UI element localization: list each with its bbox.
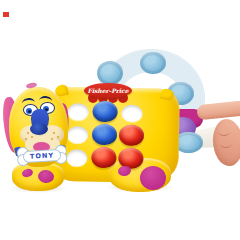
knuckle-line bbox=[218, 128, 230, 136]
freckle bbox=[53, 132, 55, 134]
fisher-price-logo: Fisher-Price bbox=[84, 83, 132, 98]
tube-disc-blue bbox=[140, 52, 166, 74]
toy-photo-scene: Fisher-Price TONY bbox=[0, 0, 240, 240]
freckle bbox=[51, 138, 53, 140]
dog-pupil bbox=[28, 110, 31, 113]
cell-piece bbox=[91, 147, 117, 169]
board-cell[interactable] bbox=[91, 124, 119, 148]
board-cell[interactable] bbox=[118, 124, 146, 148]
board-cell[interactable] bbox=[91, 101, 119, 125]
cell-piece bbox=[67, 126, 88, 144]
tube-disc-blue bbox=[97, 61, 123, 85]
bone-name-tag: TONY bbox=[18, 146, 67, 166]
knuckle-line bbox=[220, 140, 232, 148]
board-cell[interactable] bbox=[118, 101, 146, 125]
game-board bbox=[63, 100, 146, 171]
board-cell[interactable] bbox=[90, 147, 118, 171]
cell-piece bbox=[67, 103, 88, 121]
brand-text: Fisher-Price bbox=[87, 87, 128, 94]
magenta-spot bbox=[140, 166, 166, 190]
board-cell[interactable] bbox=[63, 146, 91, 170]
cell-piece bbox=[92, 124, 118, 146]
dog-name-text: TONY bbox=[18, 146, 67, 166]
red-watermark-square bbox=[3, 12, 9, 17]
cell-piece bbox=[92, 101, 118, 123]
freckle bbox=[31, 136, 33, 138]
freckle bbox=[25, 138, 27, 140]
cell-piece bbox=[66, 149, 87, 167]
freckle bbox=[27, 132, 29, 134]
freckle bbox=[57, 136, 59, 138]
cell-piece bbox=[121, 105, 142, 123]
cell-piece bbox=[119, 124, 145, 146]
dog-nose bbox=[30, 123, 48, 135]
